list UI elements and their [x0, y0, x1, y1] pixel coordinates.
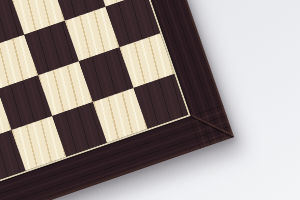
chess-board [0, 0, 234, 200]
photo-background [0, 0, 300, 200]
